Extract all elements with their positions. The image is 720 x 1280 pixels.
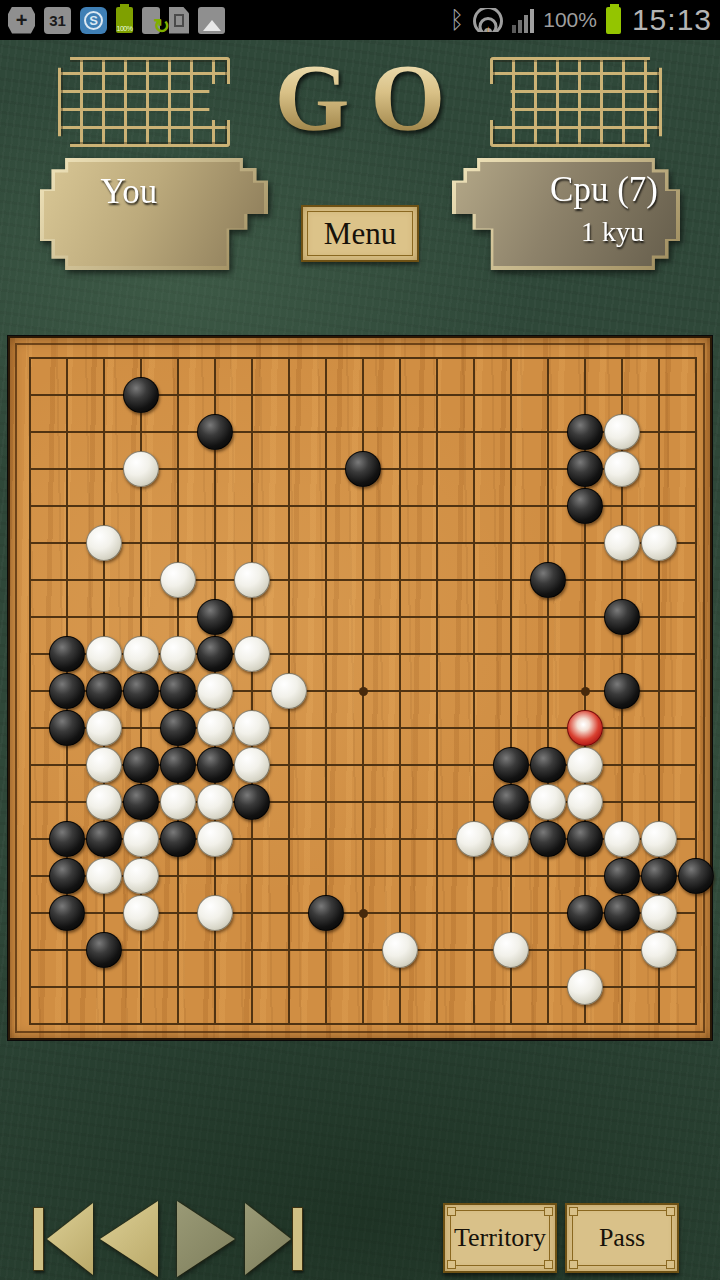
stone-white: [382, 932, 418, 968]
grid-line-vertical: [695, 357, 697, 1025]
go-app-screen: { "status_bar": { "time": "15:13", "batt…: [0, 0, 720, 1280]
stone-white: [234, 710, 270, 746]
stone-white: [197, 784, 233, 820]
pass-button[interactable]: Pass: [565, 1203, 679, 1273]
stone-white: [604, 525, 640, 561]
stone-black: [604, 673, 640, 709]
stone-white: [604, 451, 640, 487]
clock: 15:13: [632, 3, 712, 37]
stone-black: [49, 821, 85, 857]
stone-black: [197, 747, 233, 783]
stone-white: [123, 821, 159, 857]
grid-line-vertical: [510, 357, 512, 1025]
stone-black: [678, 858, 714, 894]
stone-white: [123, 895, 159, 931]
stone-black: [641, 858, 677, 894]
grid-line-horizontal: [29, 949, 697, 951]
stone-black: [604, 858, 640, 894]
player-plate-cpu: Cpu (7) 1 kyu: [452, 158, 680, 270]
stone-black: [49, 858, 85, 894]
previous-move-button[interactable]: [100, 1201, 158, 1277]
stone-black: [493, 747, 529, 783]
stone-black: [123, 784, 159, 820]
stone-black: [123, 747, 159, 783]
stone-black: [86, 932, 122, 968]
first-move-bar-icon[interactable]: [33, 1207, 44, 1271]
stone-black: [86, 821, 122, 857]
stone-white: [641, 932, 677, 968]
battery-icon: 100%: [116, 7, 133, 33]
rewind-to-start-icon: [47, 1203, 93, 1275]
stone-last-move-red-marker: [567, 710, 603, 746]
last-move-bar-icon[interactable]: [292, 1207, 303, 1271]
stone-black: [530, 821, 566, 857]
stone-black: [308, 895, 344, 931]
player-name-cpu: Cpu (7): [550, 170, 658, 210]
stone-white: [604, 821, 640, 857]
stone-black: [567, 414, 603, 450]
stone-white: [456, 821, 492, 857]
battery-percent-label: 100%: [543, 8, 597, 32]
app-title: GO: [0, 42, 720, 153]
stone-white: [234, 636, 270, 672]
signal-strength-icon: [512, 7, 534, 33]
cpu-rank: 1 kyu: [581, 216, 644, 248]
stone-white: [86, 747, 122, 783]
stone-black: [234, 784, 270, 820]
stone-black: [123, 377, 159, 413]
grid-line-vertical: [547, 357, 549, 1025]
stone-black: [567, 821, 603, 857]
stone-black: [567, 451, 603, 487]
bluetooth-icon: ᛒ: [450, 6, 464, 34]
territory-button-label: Territory: [454, 1223, 546, 1253]
stone-black: [567, 488, 603, 524]
stone-black: [345, 451, 381, 487]
plus-icon: +: [8, 7, 35, 34]
stone-white: [234, 562, 270, 598]
menu-button[interactable]: Menu: [301, 205, 419, 262]
skype-icon: S: [80, 7, 107, 34]
wifi-download-icon: ↓: [473, 8, 503, 32]
stone-black: [530, 562, 566, 598]
stone-black: [160, 673, 196, 709]
battery-icon-2: [606, 7, 621, 34]
stone-white: [160, 562, 196, 598]
stone-black: [567, 895, 603, 931]
last-move-button[interactable]: [245, 1203, 291, 1275]
step-forward-icon: [177, 1201, 235, 1277]
screen-rotate-icon: ↻: [142, 7, 160, 34]
calendar-icon: 31: [44, 7, 71, 34]
bottom-controls: Territory Pass: [0, 1198, 720, 1280]
stone-white: [86, 784, 122, 820]
stone-white: [530, 784, 566, 820]
stone-white: [567, 969, 603, 1005]
star-point: [359, 687, 368, 696]
stone-white: [86, 858, 122, 894]
stone-black: [49, 710, 85, 746]
stone-white: [197, 821, 233, 857]
grid-line-vertical: [399, 357, 401, 1025]
stone-white: [86, 636, 122, 672]
stone-black: [530, 747, 566, 783]
stone-black: [123, 673, 159, 709]
stone-white: [123, 636, 159, 672]
grid-line-vertical: [436, 357, 438, 1025]
stone-white: [493, 932, 529, 968]
stone-black: [160, 821, 196, 857]
stone-white: [160, 636, 196, 672]
stone-black: [604, 895, 640, 931]
menu-button-label: Menu: [324, 216, 396, 252]
star-point: [581, 687, 590, 696]
stone-white: [234, 747, 270, 783]
stone-black: [49, 636, 85, 672]
stone-white: [604, 414, 640, 450]
stone-white: [197, 895, 233, 931]
stone-black: [197, 414, 233, 450]
status-bar: + 31 S 100% ↻ ᛒ ↓ 100% 15:13: [0, 0, 720, 40]
next-move-button[interactable]: [177, 1201, 235, 1277]
stone-black: [160, 710, 196, 746]
stone-white: [271, 673, 307, 709]
stone-white: [123, 451, 159, 487]
stone-white: [567, 784, 603, 820]
pass-button-label: Pass: [599, 1223, 645, 1253]
stone-black: [160, 747, 196, 783]
player-name-you: You: [40, 172, 218, 212]
stone-black: [493, 784, 529, 820]
stone-white: [567, 747, 603, 783]
stone-white: [86, 525, 122, 561]
stone-black: [49, 895, 85, 931]
stone-black: [197, 636, 233, 672]
first-move-button[interactable]: [47, 1203, 93, 1275]
player-plate-you: You: [40, 158, 268, 270]
stone-black: [197, 599, 233, 635]
grid-line-horizontal: [29, 1023, 697, 1025]
stone-white: [86, 710, 122, 746]
stone-black: [49, 673, 85, 709]
territory-button[interactable]: Territory: [443, 1203, 557, 1273]
stone-white: [493, 821, 529, 857]
skip-to-end-icon: [245, 1203, 291, 1275]
stone-white: [197, 710, 233, 746]
gallery-icon: [198, 7, 225, 34]
stone-white: [197, 673, 233, 709]
step-back-icon: [100, 1201, 158, 1277]
grid-line-vertical: [473, 357, 475, 1025]
stone-black: [604, 599, 640, 635]
stone-white: [641, 821, 677, 857]
stone-white: [160, 784, 196, 820]
go-board[interactable]: [8, 336, 712, 1040]
stone-white: [641, 525, 677, 561]
stone-black: [86, 673, 122, 709]
stone-white: [641, 895, 677, 931]
sim-card-icon: [169, 7, 189, 34]
star-point: [359, 909, 368, 918]
stone-white: [123, 858, 159, 894]
